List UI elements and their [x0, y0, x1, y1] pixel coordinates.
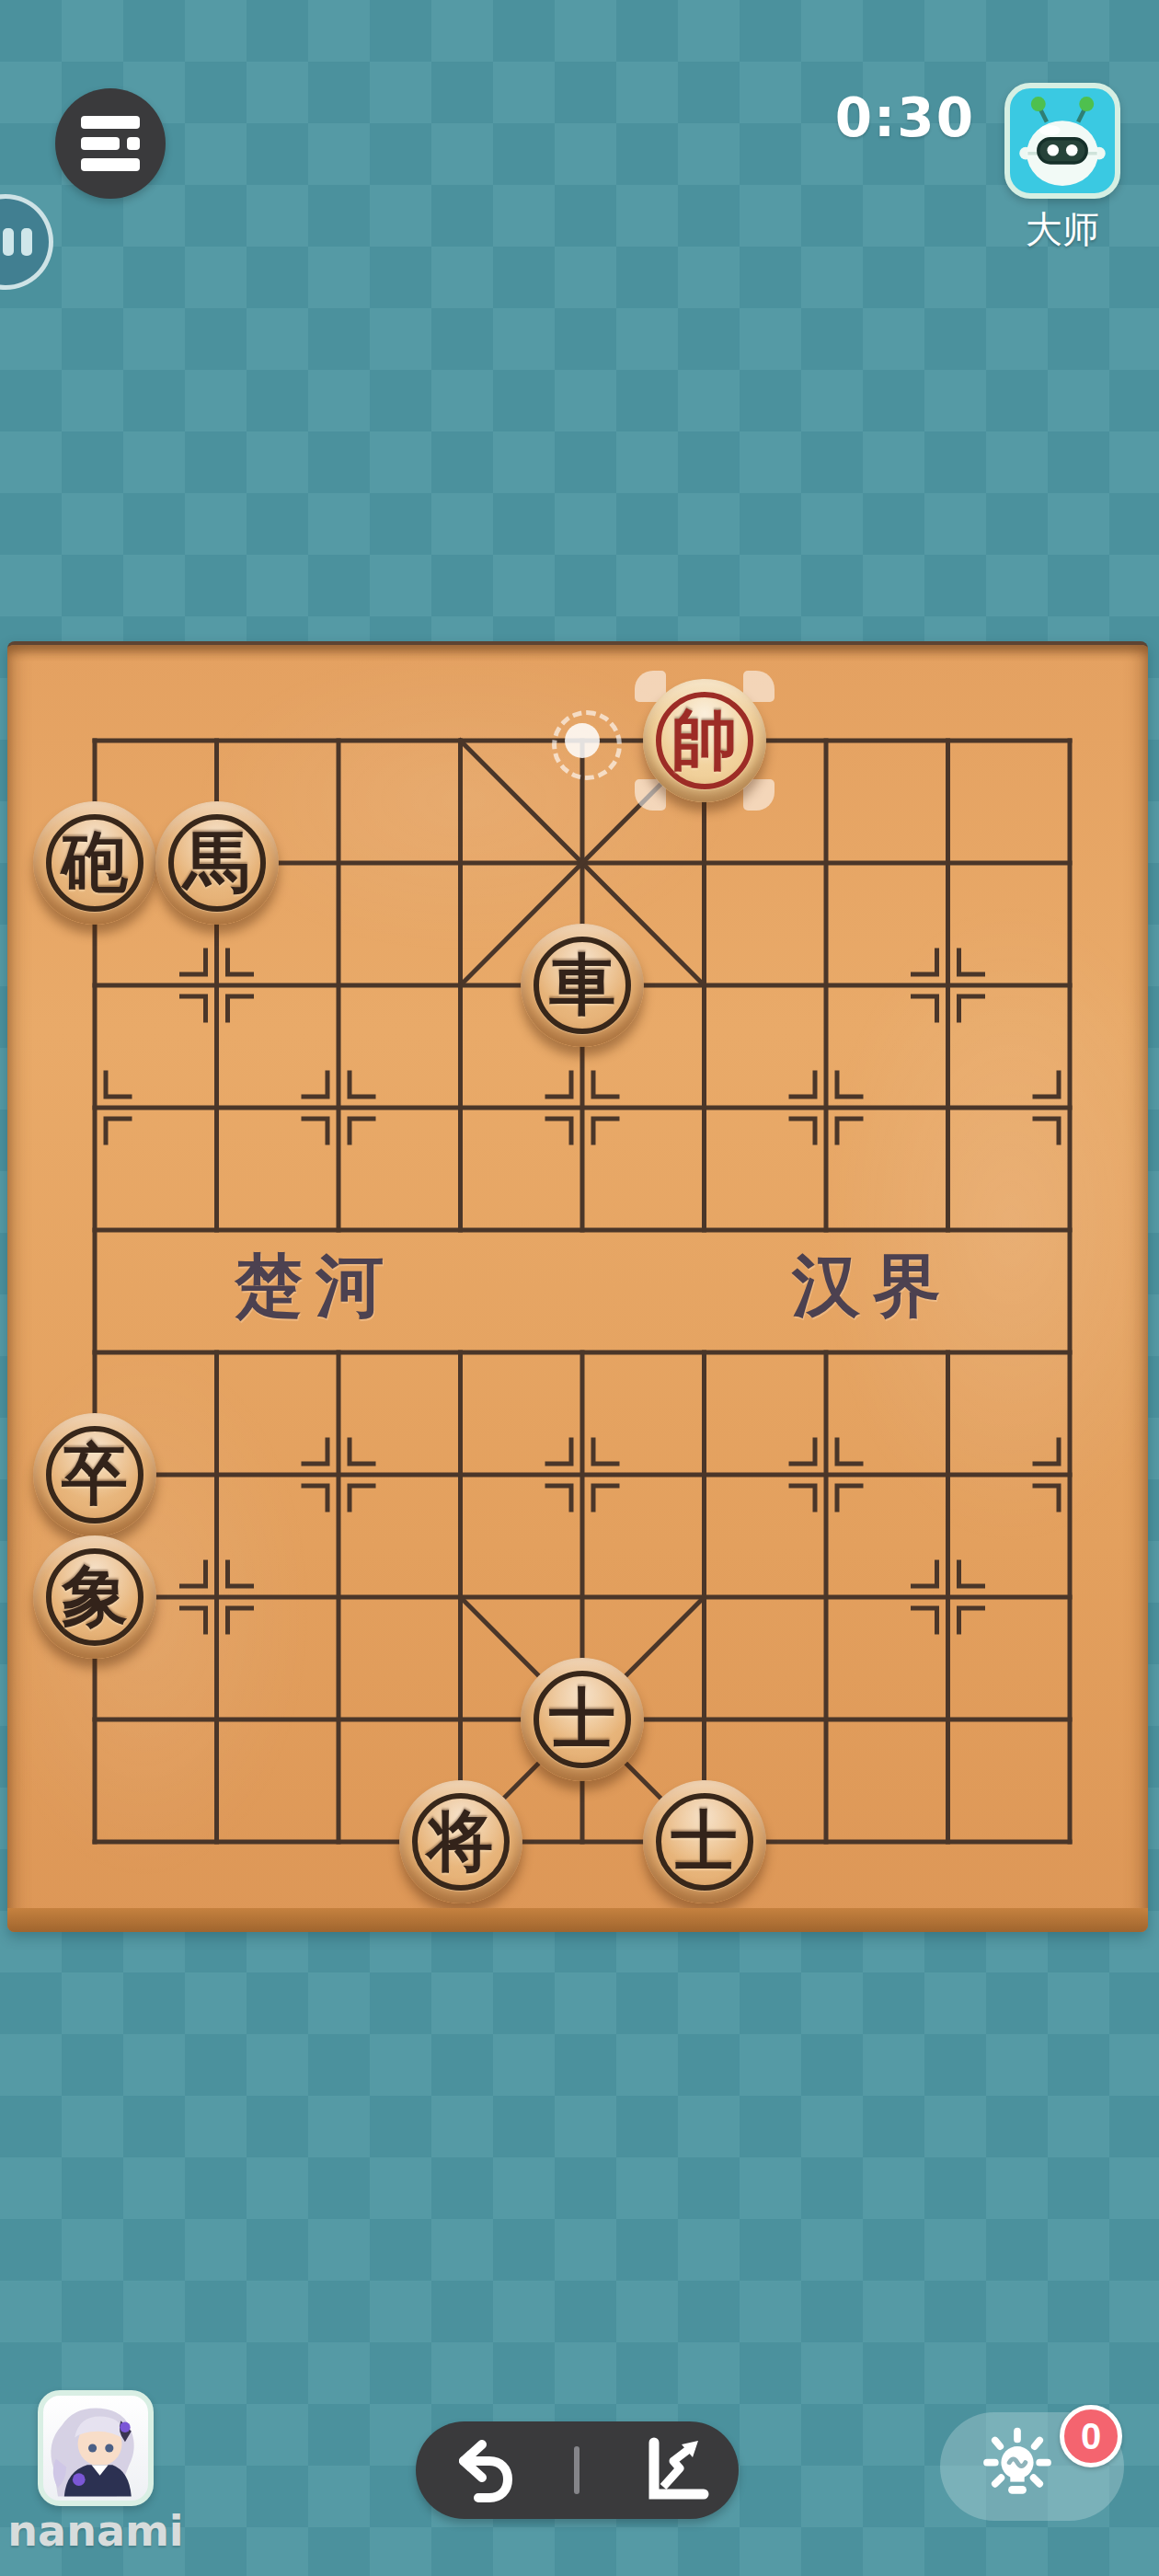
game-screen: 0:30 大师 楚河 汉界 帥砲馬車卒象士将士: [0, 0, 1159, 2576]
black-elephant-piece[interactable]: 象: [33, 1535, 156, 1659]
undo-button[interactable]: [445, 2435, 515, 2505]
river-label-left: 楚河: [235, 1241, 396, 1333]
hamburger-menu-icon: [81, 116, 140, 129]
player-name: nanami: [4, 2506, 188, 2556]
black-advisor-piece[interactable]: 士: [643, 1780, 766, 1903]
pause-button[interactable]: [0, 194, 53, 290]
black-cannon-piece[interactable]: 砲: [33, 801, 156, 925]
player-avatar: [38, 2390, 154, 2506]
analysis-button[interactable]: [639, 2435, 709, 2505]
black-pawn-piece[interactable]: 卒: [33, 1413, 156, 1536]
river-label-right: 汉界: [792, 1241, 954, 1333]
action-divider: [574, 2446, 579, 2494]
xiangqi-board[interactable]: 楚河 汉界 帥砲馬車卒象士将士: [7, 641, 1148, 1932]
last-move-origin-dot: [565, 723, 600, 758]
pause-icon: [3, 228, 14, 256]
opponent-timer: 0:30: [835, 86, 975, 149]
black-chariot-piece[interactable]: 車: [521, 924, 644, 1047]
opponent-avatar: [1004, 83, 1120, 199]
robot-avatar-icon: [1010, 88, 1115, 193]
undo-arrow-icon: [445, 2435, 515, 2505]
lightbulb-icon: [977, 2425, 1058, 2506]
hint-badge: 0: [1060, 2405, 1122, 2467]
player-avatar-image: [43, 2396, 148, 2501]
opponent-name: 大师: [986, 204, 1139, 255]
black-general-piece[interactable]: 将: [399, 1780, 522, 1903]
hint-button[interactable]: 0: [940, 2412, 1124, 2521]
menu-button[interactable]: [55, 88, 166, 199]
black-horse-piece[interactable]: 馬: [155, 801, 279, 925]
score-graph-icon: [639, 2435, 709, 2505]
red-general-piece[interactable]: 帥: [643, 679, 766, 802]
black-advisor-piece[interactable]: 士: [521, 1658, 644, 1781]
action-bar: [416, 2421, 739, 2519]
